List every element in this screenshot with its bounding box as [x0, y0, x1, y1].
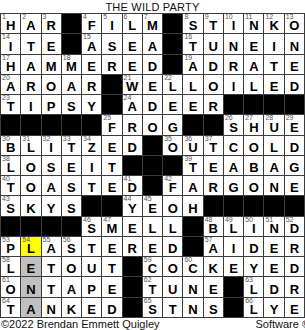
cell-letter: S	[62, 100, 81, 114]
cell-r9c4[interactable]: S	[62, 176, 81, 195]
cell-r14c10[interactable]: N	[183, 277, 202, 296]
cell-r6c7[interactable]: R	[123, 115, 142, 134]
cell-letter: T	[21, 40, 40, 54]
cell-letter: N	[224, 40, 243, 54]
cell-r13c11[interactable]: K	[204, 257, 223, 276]
cell-r6c9[interactable]: G	[163, 115, 182, 134]
cell-letter: O	[143, 121, 162, 135]
cell-letter: L	[244, 283, 263, 297]
cell-r8c11[interactable]: E	[204, 156, 223, 175]
cell-r1c10[interactable]: 8S	[183, 14, 202, 33]
cell-r13c15[interactable]: D	[285, 257, 304, 276]
cell-r11c5[interactable]: 46S	[82, 217, 101, 236]
cell-r2c2[interactable]: T	[21, 34, 40, 53]
cell-letter: C	[183, 262, 202, 276]
cell-r7c10[interactable]: 36U	[183, 136, 202, 155]
cell-r9c6[interactable]: E	[102, 176, 121, 195]
cell-r10c8[interactable]: 45E	[143, 196, 162, 215]
cell-letter: P	[82, 283, 101, 297]
cell-letter: A	[21, 60, 40, 74]
cell-r4c9[interactable]: 22L	[163, 75, 182, 94]
cell-letter: E	[285, 303, 304, 317]
cell-r7c3[interactable]: 32I	[42, 136, 61, 155]
cell-r11c9[interactable]: L	[163, 217, 182, 236]
cell-r9c9[interactable]: 42F	[163, 176, 182, 195]
crossword-grid[interactable]: 1H2A3R4F5I6L7M8S9T10I11N12K13O14ITE15ASE…	[0, 13, 305, 318]
cell-letter: L	[1, 262, 20, 276]
cell-r3c6[interactable]: R	[102, 55, 121, 74]
cell-r4c3[interactable]: O	[42, 75, 61, 94]
cell-r4c12[interactable]: I	[224, 75, 243, 94]
cell-r15c9[interactable]: T	[163, 298, 182, 317]
cell-r2c3[interactable]: E	[42, 34, 61, 53]
cell-r5c8[interactable]: D	[143, 95, 162, 114]
cell-r6c8[interactable]: O	[143, 115, 162, 134]
cell-r11c13[interactable]: 50I	[244, 217, 263, 236]
cell-r12c9[interactable]: D	[163, 237, 182, 256]
cell-r15c1[interactable]: 64T	[1, 298, 20, 317]
cell-r4c7[interactable]: 21W	[123, 75, 142, 94]
cell-r11c11[interactable]: 48B	[204, 217, 223, 236]
cell-r8c13[interactable]: B	[244, 156, 263, 175]
cell-letter: E	[244, 40, 263, 54]
cell-letter: Y	[123, 202, 142, 216]
cell-letter: U	[264, 121, 283, 135]
cell-r14c3[interactable]: T	[42, 277, 61, 296]
cell-letter: R	[123, 242, 142, 256]
cell-r4c14[interactable]: E	[264, 75, 283, 94]
cell-r10c9[interactable]: O	[163, 196, 182, 215]
cell-letter: G	[285, 161, 304, 175]
cell-letter: A	[183, 60, 202, 74]
cell-r12c4[interactable]: 56S	[62, 237, 81, 256]
cell-r9c14[interactable]: N	[264, 176, 283, 195]
cell-letter: E	[163, 100, 182, 114]
cell-letter: R	[285, 242, 304, 256]
black-cell-r10c14	[264, 196, 283, 215]
cell-letter: K	[204, 262, 223, 276]
cell-r4c13[interactable]: L	[244, 75, 263, 94]
cell-r1c1[interactable]: 1H	[1, 14, 20, 33]
cell-letter: T	[102, 161, 121, 175]
cell-r2c10[interactable]: 16T	[183, 34, 202, 53]
cell-letter: S	[62, 181, 81, 195]
cell-r1c13[interactable]: 11N	[244, 14, 263, 33]
cell-r4c2[interactable]: R	[21, 75, 40, 94]
cell-letter: T	[204, 141, 223, 155]
cell-r8c15[interactable]: G	[285, 156, 304, 175]
cell-r1c2[interactable]: 2A	[21, 14, 40, 33]
cell-r9c7[interactable]: 41D	[123, 176, 142, 195]
cell-letter: N	[183, 303, 202, 317]
cell-letter: E	[21, 262, 40, 276]
cell-letter: D	[285, 141, 304, 155]
cell-r4c4[interactable]: A	[62, 75, 81, 94]
black-cell-r11c4	[62, 217, 81, 236]
cell-r3c3[interactable]: M	[42, 55, 61, 74]
cell-r6c6[interactable]: 25F	[102, 115, 121, 134]
cell-r8c3[interactable]: S	[42, 156, 61, 175]
cell-letter: O	[163, 202, 182, 216]
cell-letter: C	[224, 141, 243, 155]
cell-letter: R	[204, 181, 223, 195]
cell-r14c4[interactable]: A	[62, 277, 81, 296]
cell-r1c15[interactable]: 13O	[285, 14, 304, 33]
cell-letter: A	[224, 161, 243, 175]
cell-letter: L	[21, 242, 40, 256]
cell-r15c8[interactable]: 65S	[143, 298, 162, 317]
cell-r12c13[interactable]: D	[244, 237, 263, 256]
cell-r14c2[interactable]: N	[21, 277, 40, 296]
cell-letter: I	[224, 19, 243, 33]
cell-letter: H	[1, 19, 20, 33]
cell-r3c12[interactable]: R	[224, 55, 243, 74]
cell-r15c6[interactable]: D	[102, 298, 121, 317]
cell-r13c9[interactable]: O	[163, 257, 182, 276]
cell-r11c12[interactable]: 49L	[224, 217, 243, 236]
black-cell-r5c13	[244, 95, 263, 114]
cell-r7c11[interactable]: 37T	[204, 136, 223, 155]
cell-r15c5[interactable]: E	[82, 298, 101, 317]
cell-r7c12[interactable]: C	[224, 136, 243, 155]
cell-r13c14[interactable]: E	[264, 257, 283, 276]
cell-letter: A	[183, 181, 202, 195]
cell-r13c10[interactable]: 60C	[183, 257, 202, 276]
cell-r2c12[interactable]: N	[224, 34, 243, 53]
cell-letter: E	[285, 181, 304, 195]
cell-r7c5[interactable]: 34Z	[82, 136, 101, 155]
cell-letter: D	[264, 283, 283, 297]
cell-r13c12[interactable]: E	[224, 257, 243, 276]
cell-r8c5[interactable]: I	[82, 156, 101, 175]
cell-letter: N	[285, 40, 304, 54]
cell-letter: T	[82, 242, 101, 256]
cell-r13c6[interactable]: T	[102, 257, 121, 276]
cell-r6c14[interactable]: 28U	[264, 115, 283, 134]
cell-letter: E	[143, 242, 162, 256]
cell-r2c1[interactable]: 14I	[1, 34, 20, 53]
cell-r1c11[interactable]: 9T	[204, 14, 223, 33]
cell-r3c4[interactable]: 18M	[62, 55, 81, 74]
cell-r13c2[interactable]: E	[21, 257, 40, 276]
cell-r9c10[interactable]: A	[183, 176, 202, 195]
cell-r9c3[interactable]: A	[42, 176, 61, 195]
cell-r12c3[interactable]: 55A	[42, 237, 61, 256]
black-cell-r6c11	[204, 115, 223, 134]
cell-letter: R	[102, 60, 121, 74]
cell-r2c7[interactable]: E	[123, 34, 142, 53]
cell-r10c3[interactable]: Y	[42, 196, 61, 215]
cell-letter: E	[42, 40, 61, 54]
cell-letter: L	[244, 80, 263, 94]
cell-letter: M	[62, 60, 81, 74]
cell-letter: I	[21, 100, 40, 114]
cell-letter: F	[163, 181, 182, 195]
cell-r12c1[interactable]: 53P	[1, 237, 20, 256]
cell-letter: O	[163, 141, 182, 155]
cell-letter: L	[21, 141, 40, 155]
cell-r13c1[interactable]: 58L	[1, 257, 20, 276]
cell-letter: O	[21, 161, 40, 175]
cell-r15c11[interactable]: S	[204, 298, 223, 317]
black-cell-r9c8	[143, 176, 162, 195]
cell-r3c2[interactable]: A	[21, 55, 40, 74]
cell-r7c15[interactable]: D	[285, 136, 304, 155]
cell-letter: R	[224, 60, 243, 74]
cell-r12c8[interactable]: E	[143, 237, 162, 256]
black-cell-r13c7	[123, 257, 142, 276]
cell-r7c9[interactable]: 35O	[163, 136, 182, 155]
cell-letter: S	[183, 19, 202, 33]
cell-letter: R	[21, 80, 40, 94]
black-cell-r1c9	[163, 14, 182, 33]
cell-letter: G	[224, 181, 243, 195]
cell-r11c7[interactable]: E	[123, 217, 142, 236]
cell-r12c15[interactable]: R	[285, 237, 304, 256]
software-credit: Software ©	[255, 318, 305, 330]
cell-letter: E	[224, 262, 243, 276]
cell-letter: T	[1, 303, 20, 317]
cell-letter: P	[1, 242, 20, 256]
cell-r14c11[interactable]: E	[204, 277, 223, 296]
cell-letter: O	[163, 262, 182, 276]
cell-r10c10[interactable]: H	[183, 196, 202, 215]
cell-letter: C	[143, 262, 162, 276]
black-cell-r14c7	[123, 277, 142, 296]
cell-r5c4[interactable]: S	[62, 95, 81, 114]
cell-r3c15[interactable]: E	[285, 55, 304, 74]
cell-r1c6[interactable]: 5I	[102, 14, 121, 33]
cell-letter: E	[102, 283, 121, 297]
cell-r5c1[interactable]: 23T	[1, 95, 20, 114]
cell-r14c6[interactable]: E	[102, 277, 121, 296]
cell-letter: E	[62, 161, 81, 175]
cell-r1c14[interactable]: 12K	[264, 14, 283, 33]
cell-letter: O	[1, 283, 20, 297]
cell-letter: I	[224, 80, 243, 94]
cell-letter: E	[285, 60, 304, 74]
cell-letter: D	[123, 181, 142, 195]
cell-r8c10[interactable]: 39T	[183, 156, 202, 175]
cell-r8c6[interactable]: T	[102, 156, 121, 175]
cell-letter: I	[82, 161, 101, 175]
cell-r14c1[interactable]: 61O	[1, 277, 20, 296]
black-cell-r8c7	[123, 156, 142, 175]
black-cell-r2c9	[163, 34, 182, 53]
cell-letter: E	[264, 80, 283, 94]
cell-r2c15[interactable]: N	[285, 34, 304, 53]
cell-r4c1[interactable]: 20A	[1, 75, 20, 94]
cell-r2c8[interactable]: A	[143, 34, 162, 53]
cell-r7c4[interactable]: 33T	[62, 136, 81, 155]
black-cell-r11c10	[183, 217, 202, 236]
cell-r15c14[interactable]: Y	[264, 298, 283, 317]
cell-letter: N	[244, 19, 263, 33]
black-cell-r10c11	[204, 196, 223, 215]
cell-r14c9[interactable]: U	[163, 277, 182, 296]
cell-r9c13[interactable]: O	[244, 176, 263, 195]
black-cell-r12c10	[183, 237, 202, 256]
cell-r8c14[interactable]: A	[264, 156, 283, 175]
cell-letter: O	[244, 141, 263, 155]
cell-letter: M	[42, 60, 61, 74]
cell-r12c11[interactable]: 57A	[204, 237, 223, 256]
cell-letter: I	[244, 222, 263, 236]
cell-r4c10[interactable]: L	[183, 75, 202, 94]
cell-r14c5[interactable]: P	[82, 277, 101, 296]
cell-r7c2[interactable]: 31L	[21, 136, 40, 155]
cell-r11c8[interactable]: L	[143, 217, 162, 236]
black-cell-r11c1	[1, 217, 20, 236]
cell-letter: U	[183, 141, 202, 155]
cell-letter: A	[42, 181, 61, 195]
cell-r3c8[interactable]: D	[143, 55, 162, 74]
cell-r1c3[interactable]: 3R	[42, 14, 61, 33]
cell-r1c8[interactable]: 7M	[143, 14, 162, 33]
cell-r10c1[interactable]: 43S	[1, 196, 20, 215]
cell-letter: E	[143, 80, 162, 94]
cell-r7c6[interactable]: E	[102, 136, 121, 155]
cell-letter: S	[102, 40, 121, 54]
cell-r13c4[interactable]: O	[62, 257, 81, 276]
cell-r6c13[interactable]: 27H	[244, 115, 263, 134]
cell-r2c6[interactable]: S	[102, 34, 121, 53]
cell-r15c10[interactable]: N	[183, 298, 202, 317]
cell-r13c3[interactable]: T	[42, 257, 61, 276]
cell-r13c13[interactable]: Y	[244, 257, 263, 276]
cell-r9c5[interactable]: T	[82, 176, 101, 195]
cell-letter: E	[102, 242, 121, 256]
cell-r5c2[interactable]: I	[21, 95, 40, 114]
cell-letter: T	[42, 262, 61, 276]
cell-letter: Z	[82, 141, 101, 155]
cell-letter: R	[285, 283, 304, 297]
cell-r10c4[interactable]: S	[62, 196, 81, 215]
cell-r12c14[interactable]: E	[264, 237, 283, 256]
cell-r5c7[interactable]: 24A	[123, 95, 142, 114]
cell-letter: D	[123, 141, 142, 155]
cell-r6c12[interactable]: 26S	[224, 115, 243, 134]
cell-r10c7[interactable]: 44Y	[123, 196, 142, 215]
cell-r3c7[interactable]: E	[123, 55, 142, 74]
cell-letter: A	[82, 40, 101, 54]
cell-r2c14[interactable]: I	[264, 34, 283, 53]
cell-r14c14[interactable]: D	[264, 277, 283, 296]
cell-r9c1[interactable]: 40T	[1, 176, 20, 195]
cell-r15c4[interactable]: K	[62, 298, 81, 317]
cell-r8c12[interactable]: A	[224, 156, 243, 175]
cell-letter: E	[82, 303, 101, 317]
cell-r9c2[interactable]: O	[21, 176, 40, 195]
cell-r12c5[interactable]: T	[82, 237, 101, 256]
cell-letter: S	[42, 161, 61, 175]
cell-r8c4[interactable]: E	[62, 156, 81, 175]
black-cell-r6c10	[183, 115, 202, 134]
cell-letter: D	[102, 303, 121, 317]
cell-r4c8[interactable]: E	[143, 75, 162, 94]
cell-r4c11[interactable]: O	[204, 75, 223, 94]
cell-r7c14[interactable]: L	[264, 136, 283, 155]
cell-r3c5[interactable]: E	[82, 55, 101, 74]
cell-r4c15[interactable]: D	[285, 75, 304, 94]
cell-letter: L	[244, 303, 263, 317]
cell-r8c1[interactable]: 38L	[1, 156, 20, 175]
cell-letter: E	[82, 60, 101, 74]
cell-letter: E	[102, 141, 121, 155]
cell-letter: K	[62, 303, 81, 317]
cell-letter: S	[1, 202, 20, 216]
cell-r14c13[interactable]: 63L	[244, 277, 263, 296]
black-cell-r4c6	[102, 75, 121, 94]
cell-r4c5[interactable]: R	[82, 75, 101, 94]
cell-letter: O	[21, 181, 40, 195]
cell-r5c3[interactable]: P	[42, 95, 61, 114]
black-cell-r5c6	[102, 95, 121, 114]
cell-r12c6[interactable]: E	[102, 237, 121, 256]
status-bar: ©2022 Brendan Emmett Quigley Software ©	[0, 318, 305, 330]
cell-r5c5[interactable]: Y	[82, 95, 101, 114]
cell-r8c2[interactable]: O	[21, 156, 40, 175]
cell-r5c11[interactable]: R	[204, 95, 223, 114]
cell-letter: D	[285, 222, 304, 236]
cell-r1c12[interactable]: 10I	[224, 14, 243, 33]
black-cell-r6c2	[21, 115, 40, 134]
cell-letter: N	[183, 283, 202, 297]
cell-r12c12[interactable]: I	[224, 237, 243, 256]
cell-r13c8[interactable]: 59C	[143, 257, 162, 276]
cell-r3c1[interactable]: 17H	[1, 55, 20, 74]
cell-r3c13[interactable]: A	[244, 55, 263, 74]
cell-letter: E	[204, 283, 223, 297]
cell-r14c15[interactable]: R	[285, 277, 304, 296]
cell-r7c13[interactable]: O	[244, 136, 263, 155]
cell-r14c8[interactable]: 62T	[143, 277, 162, 296]
cell-r13c5[interactable]: U	[82, 257, 101, 276]
cell-r15c2[interactable]: A	[21, 298, 40, 317]
cell-r7c1[interactable]: 30B	[1, 136, 20, 155]
cell-r3c14[interactable]: T	[264, 55, 283, 74]
cell-letter: O	[42, 80, 61, 94]
cell-r3c11[interactable]: D	[204, 55, 223, 74]
cell-r1c5[interactable]: 4F	[82, 14, 101, 33]
cell-r15c15[interactable]: E	[285, 298, 304, 317]
cell-r1c7[interactable]: 6L	[123, 14, 142, 33]
cell-letter: Y	[82, 100, 101, 114]
cell-r2c13[interactable]: E	[244, 34, 263, 53]
cell-r15c3[interactable]: N	[42, 298, 61, 317]
black-cell-r15c12	[224, 298, 243, 317]
cell-letter: I	[102, 19, 121, 33]
cell-r9c15[interactable]: E	[285, 176, 304, 195]
cell-r11c15[interactable]: 52D	[285, 217, 304, 236]
cell-r3c10[interactable]: 19A	[183, 55, 202, 74]
cell-r5c10[interactable]: E	[183, 95, 202, 114]
cell-r7c7[interactable]: D	[123, 136, 142, 155]
cell-letter: B	[1, 141, 20, 155]
cell-r12c7[interactable]: R	[123, 237, 142, 256]
cell-r9c11[interactable]: R	[204, 176, 223, 195]
cell-r5c9[interactable]: E	[163, 95, 182, 114]
cell-r12c2[interactable]: 54L	[21, 237, 40, 256]
cell-r9c12[interactable]: G	[224, 176, 243, 195]
cell-r10c2[interactable]: K	[21, 196, 40, 215]
cell-r2c11[interactable]: U	[204, 34, 223, 53]
cell-r15c13[interactable]: 66L	[244, 298, 263, 317]
cell-r6c15[interactable]: 29E	[285, 115, 304, 134]
cell-r11c6[interactable]: 47M	[102, 217, 121, 236]
cell-r11c14[interactable]: 51N	[264, 217, 283, 236]
cell-r2c5[interactable]: 15A	[82, 34, 101, 53]
